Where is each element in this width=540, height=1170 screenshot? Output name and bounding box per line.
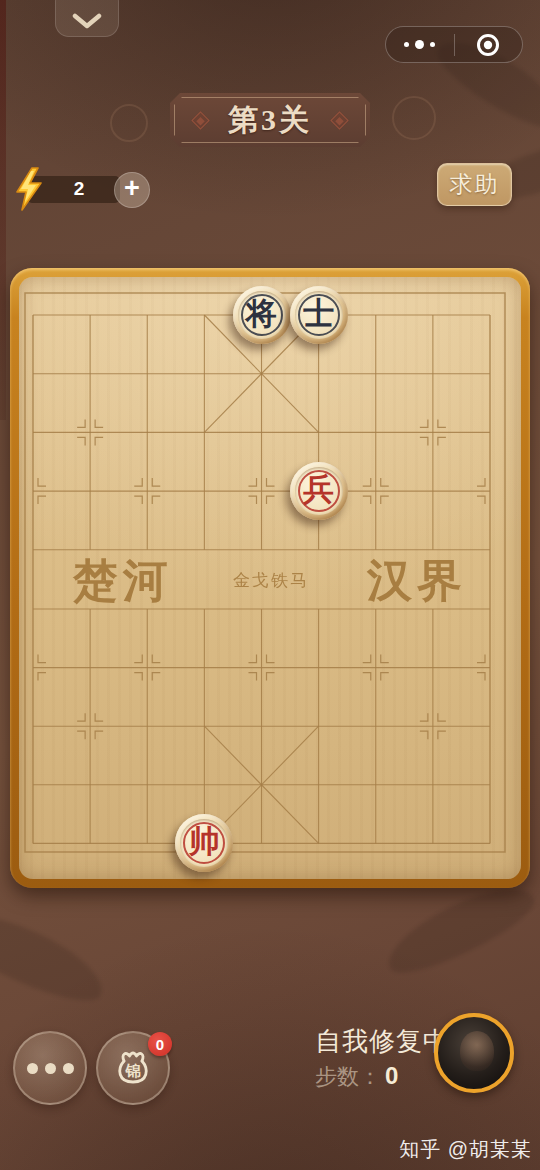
player-avatar[interactable]: [434, 1013, 514, 1093]
piece-glyph: 将: [233, 286, 291, 344]
bamboo-leaf-decoration: [378, 872, 540, 985]
dot-icon: [430, 42, 435, 47]
dot-icon: [404, 42, 409, 47]
miniprogram-capsule: [385, 26, 523, 63]
help-button[interactable]: 求助: [437, 163, 512, 206]
more-options-button[interactable]: [13, 1031, 87, 1105]
steps-counter: 步数：0: [315, 1062, 398, 1092]
dot-icon: [27, 1063, 38, 1074]
more-menu-button[interactable]: [386, 27, 454, 62]
piece-士[interactable]: 士: [290, 286, 348, 344]
piece-将[interactable]: 将: [233, 286, 291, 344]
bag-label: 锦: [125, 1063, 141, 1079]
level-banner: 第3关: [170, 93, 370, 147]
steps-label: 步数：: [315, 1064, 381, 1089]
bamboo-leaf-decoration: [0, 898, 113, 1015]
watermark-text: 知乎 @胡某某: [399, 1136, 532, 1163]
level-title: 第3关: [228, 100, 312, 141]
add-energy-button[interactable]: +: [114, 172, 150, 208]
piece-glyph: 士: [290, 286, 348, 344]
piece-兵[interactable]: 兵: [290, 462, 348, 520]
river-text-center: 金戈铁马: [233, 571, 309, 590]
dot-icon: [63, 1063, 74, 1074]
piece-帅[interactable]: 帅: [175, 814, 233, 872]
lightning-icon: [12, 167, 46, 211]
cloud-swirl-decoration: [110, 104, 148, 142]
steps-value: 0: [385, 1062, 398, 1089]
status-text: 自我修复中: [315, 1024, 450, 1059]
energy-count: 2: [54, 178, 104, 200]
river-text-left: 楚河: [72, 556, 173, 606]
xiangqi-board[interactable]: 楚河 金戈铁马 汉界 将士兵帅: [10, 268, 530, 888]
minimize-chevron-button[interactable]: [55, 0, 119, 37]
circle-dot-icon: [475, 32, 501, 58]
background-bamboo-strip: [0, 0, 6, 420]
piece-glyph: 帅: [175, 814, 233, 872]
board-grid-svg: 楚河 金戈铁马 汉界: [10, 268, 530, 888]
dot-icon: [45, 1063, 56, 1074]
chevron-down-icon: [72, 13, 102, 29]
river-text-right: 汉界: [366, 556, 467, 606]
cloud-swirl-decoration: [392, 96, 436, 140]
bag-badge-count: 0: [148, 1032, 172, 1056]
dot-icon: [415, 40, 424, 49]
close-circle-button[interactable]: [455, 27, 523, 62]
piece-glyph: 兵: [290, 462, 348, 520]
